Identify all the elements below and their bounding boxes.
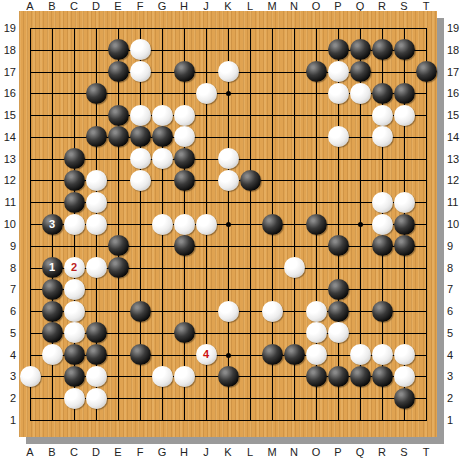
stone-C2 bbox=[64, 388, 85, 409]
stone-H17 bbox=[174, 61, 195, 82]
stone-H12 bbox=[174, 170, 195, 191]
stone-H5 bbox=[174, 322, 195, 343]
coord-label-bottom-R: R bbox=[371, 446, 393, 458]
stone-C8: 2 bbox=[64, 257, 85, 278]
coord-label-bottom-A: A bbox=[19, 446, 41, 458]
coord-label-bottom-H: H bbox=[173, 446, 195, 458]
stone-E8 bbox=[108, 257, 129, 278]
stone-M10 bbox=[262, 214, 283, 235]
stone-R11 bbox=[372, 192, 393, 213]
go-board-screenshot: { "game": "go", "board_size": 19, "coord… bbox=[0, 0, 463, 460]
stone-F4 bbox=[130, 344, 151, 365]
stone-P5 bbox=[328, 322, 349, 343]
star-point-K10 bbox=[226, 222, 231, 227]
coord-label-bottom-F: F bbox=[129, 446, 151, 458]
stone-H10 bbox=[174, 214, 195, 235]
stone-N8 bbox=[284, 257, 305, 278]
stone-P17 bbox=[328, 61, 349, 82]
stone-K12 bbox=[218, 170, 239, 191]
stone-C12 bbox=[64, 170, 85, 191]
coord-label-right-18: 18 bbox=[447, 44, 463, 56]
coord-label-bottom-O: O bbox=[305, 446, 327, 458]
stone-B10: 3 bbox=[42, 214, 63, 235]
stone-B6 bbox=[42, 301, 63, 322]
coord-label-right-1: 1 bbox=[447, 414, 463, 426]
coord-label-left-11: 11 bbox=[0, 196, 16, 208]
move-number-2: 2 bbox=[71, 262, 77, 273]
stone-P16 bbox=[328, 83, 349, 104]
stone-A3 bbox=[20, 366, 41, 387]
stone-R4 bbox=[372, 344, 393, 365]
stone-G3 bbox=[152, 366, 173, 387]
stone-J4: 4 bbox=[196, 344, 217, 365]
stone-C10 bbox=[64, 214, 85, 235]
coord-label-left-1: 1 bbox=[0, 414, 16, 426]
stone-Q17 bbox=[350, 61, 371, 82]
stone-H13 bbox=[174, 148, 195, 169]
coord-label-bottom-B: B bbox=[41, 446, 63, 458]
coord-label-left-9: 9 bbox=[0, 240, 16, 252]
stone-B7 bbox=[42, 279, 63, 300]
stone-M6 bbox=[262, 301, 283, 322]
coord-label-right-3: 3 bbox=[447, 370, 463, 382]
stone-B5 bbox=[42, 322, 63, 343]
stone-P7 bbox=[328, 279, 349, 300]
stone-O17 bbox=[306, 61, 327, 82]
stone-E18 bbox=[108, 39, 129, 60]
stone-F6 bbox=[130, 301, 151, 322]
stone-R16 bbox=[372, 83, 393, 104]
stone-P9 bbox=[328, 235, 349, 256]
coord-label-right-13: 13 bbox=[447, 153, 463, 165]
coord-label-left-14: 14 bbox=[0, 131, 16, 143]
stone-B4 bbox=[42, 344, 63, 365]
stone-D2 bbox=[86, 388, 107, 409]
coord-label-bottom-D: D bbox=[85, 446, 107, 458]
coord-label-left-12: 12 bbox=[0, 174, 16, 186]
stone-S9 bbox=[394, 235, 415, 256]
move-number-3: 3 bbox=[49, 219, 55, 230]
stone-O4 bbox=[306, 344, 327, 365]
stone-S18 bbox=[394, 39, 415, 60]
coord-label-left-7: 7 bbox=[0, 283, 16, 295]
stone-R15 bbox=[372, 105, 393, 126]
coord-label-bottom-M: M bbox=[261, 446, 283, 458]
coord-label-bottom-Q: Q bbox=[349, 446, 371, 458]
stone-Q18 bbox=[350, 39, 371, 60]
coord-label-right-8: 8 bbox=[447, 262, 463, 274]
stone-F15 bbox=[130, 105, 151, 126]
coord-label-left-15: 15 bbox=[0, 109, 16, 121]
stone-Q16 bbox=[350, 83, 371, 104]
stone-K13 bbox=[218, 148, 239, 169]
stone-C13 bbox=[64, 148, 85, 169]
stone-H3 bbox=[174, 366, 195, 387]
stone-J16 bbox=[196, 83, 217, 104]
coord-label-left-10: 10 bbox=[0, 218, 16, 230]
stone-L12 bbox=[240, 170, 261, 191]
stone-H15 bbox=[174, 105, 195, 126]
stone-E9 bbox=[108, 235, 129, 256]
stone-P18 bbox=[328, 39, 349, 60]
stone-E14 bbox=[108, 126, 129, 147]
stone-D10 bbox=[86, 214, 107, 235]
stone-G14 bbox=[152, 126, 173, 147]
stone-F17 bbox=[130, 61, 151, 82]
stone-F12 bbox=[130, 170, 151, 191]
stone-M4 bbox=[262, 344, 283, 365]
stone-D3 bbox=[86, 366, 107, 387]
coord-label-right-9: 9 bbox=[447, 240, 463, 252]
stone-S4 bbox=[394, 344, 415, 365]
coord-label-bottom-T: T bbox=[415, 446, 437, 458]
stone-C3 bbox=[64, 366, 85, 387]
stone-J10 bbox=[196, 214, 217, 235]
stone-D5 bbox=[86, 322, 107, 343]
stone-D16 bbox=[86, 83, 107, 104]
coord-label-left-2: 2 bbox=[0, 392, 16, 404]
coord-label-left-4: 4 bbox=[0, 349, 16, 361]
go-board[interactable]: 3124 bbox=[19, 11, 437, 437]
stone-G10 bbox=[152, 214, 173, 235]
coord-label-right-7: 7 bbox=[447, 283, 463, 295]
stone-G15 bbox=[152, 105, 173, 126]
coord-label-left-5: 5 bbox=[0, 327, 16, 339]
stone-C4 bbox=[64, 344, 85, 365]
stone-H9 bbox=[174, 235, 195, 256]
coord-label-bottom-S: S bbox=[393, 446, 415, 458]
stone-P14 bbox=[328, 126, 349, 147]
stone-R6 bbox=[372, 301, 393, 322]
stone-D12 bbox=[86, 170, 107, 191]
stone-F18 bbox=[130, 39, 151, 60]
stone-S16 bbox=[394, 83, 415, 104]
coord-label-right-11: 11 bbox=[447, 196, 463, 208]
coord-label-bottom-G: G bbox=[151, 446, 173, 458]
stone-B8: 1 bbox=[42, 257, 63, 278]
coord-label-left-8: 8 bbox=[0, 262, 16, 274]
coord-label-left-6: 6 bbox=[0, 305, 16, 317]
stone-S3 bbox=[394, 366, 415, 387]
stone-O5 bbox=[306, 322, 327, 343]
stone-S2 bbox=[394, 388, 415, 409]
coord-label-left-17: 17 bbox=[0, 66, 16, 78]
stone-P3 bbox=[328, 366, 349, 387]
coord-label-left-3: 3 bbox=[0, 370, 16, 382]
stone-P6 bbox=[328, 301, 349, 322]
stone-D11 bbox=[86, 192, 107, 213]
move-number-4: 4 bbox=[203, 349, 209, 360]
stone-R18 bbox=[372, 39, 393, 60]
stone-D14 bbox=[86, 126, 107, 147]
star-point-Q10 bbox=[358, 222, 363, 227]
stone-R14 bbox=[372, 126, 393, 147]
coord-label-right-10: 10 bbox=[447, 218, 463, 230]
stone-C11 bbox=[64, 192, 85, 213]
coord-label-bottom-N: N bbox=[283, 446, 305, 458]
move-number-1: 1 bbox=[49, 262, 55, 273]
stone-T17 bbox=[416, 61, 437, 82]
coord-label-bottom-C: C bbox=[63, 446, 85, 458]
stone-H14 bbox=[174, 126, 195, 147]
coord-label-right-17: 17 bbox=[447, 66, 463, 78]
coord-label-right-4: 4 bbox=[447, 349, 463, 361]
stone-O3 bbox=[306, 366, 327, 387]
stone-K6 bbox=[218, 301, 239, 322]
stone-D8 bbox=[86, 257, 107, 278]
stone-G13 bbox=[152, 148, 173, 169]
coord-label-right-15: 15 bbox=[447, 109, 463, 121]
coord-label-bottom-K: K bbox=[217, 446, 239, 458]
stone-E15 bbox=[108, 105, 129, 126]
stone-C5 bbox=[64, 322, 85, 343]
coord-label-right-19: 19 bbox=[447, 22, 463, 34]
stone-Q3 bbox=[350, 366, 371, 387]
star-point-K4 bbox=[226, 353, 231, 358]
coord-label-right-6: 6 bbox=[447, 305, 463, 317]
coord-label-right-16: 16 bbox=[447, 87, 463, 99]
stone-F13 bbox=[130, 148, 151, 169]
stone-K17 bbox=[218, 61, 239, 82]
stone-N4 bbox=[284, 344, 305, 365]
coord-label-bottom-P: P bbox=[327, 446, 349, 458]
coord-label-right-14: 14 bbox=[447, 131, 463, 143]
coord-label-left-19: 19 bbox=[0, 22, 16, 34]
stone-S15 bbox=[394, 105, 415, 126]
stone-E17 bbox=[108, 61, 129, 82]
stone-D4 bbox=[86, 344, 107, 365]
stone-O10 bbox=[306, 214, 327, 235]
stone-Q4 bbox=[350, 344, 371, 365]
stone-C6 bbox=[64, 301, 85, 322]
coord-label-left-16: 16 bbox=[0, 87, 16, 99]
stone-K3 bbox=[218, 366, 239, 387]
stone-R10 bbox=[372, 214, 393, 235]
coord-label-right-5: 5 bbox=[447, 327, 463, 339]
coord-label-right-12: 12 bbox=[447, 174, 463, 186]
coord-label-bottom-L: L bbox=[239, 446, 261, 458]
stone-S11 bbox=[394, 192, 415, 213]
stone-S10 bbox=[394, 214, 415, 235]
stone-C7 bbox=[64, 279, 85, 300]
coord-label-right-2: 2 bbox=[447, 392, 463, 404]
stone-O6 bbox=[306, 301, 327, 322]
coord-label-left-18: 18 bbox=[0, 44, 16, 56]
stone-R3 bbox=[372, 366, 393, 387]
coord-label-left-13: 13 bbox=[0, 153, 16, 165]
coord-label-bottom-E: E bbox=[107, 446, 129, 458]
stone-R9 bbox=[372, 235, 393, 256]
stone-F14 bbox=[130, 126, 151, 147]
coord-label-bottom-J: J bbox=[195, 446, 217, 458]
